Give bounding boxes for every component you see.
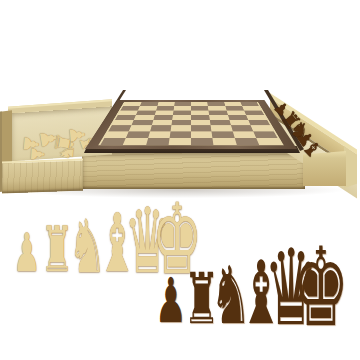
board-square [191,138,214,145]
left-drawer-pawn-piece: ♟ [28,145,47,162]
chess-set-product-photo: ♟♜♞♝♛♚ ♟♜♞♝♛♚ ♟♟♜♟♝♟♞♟♜♞♟♝ [0,0,360,360]
black-piece-row: ♟♜♞♝♛♚ [156,230,336,320]
board-square [123,138,148,145]
black-pawn-piece: ♟ [156,270,186,320]
board-square [256,138,282,145]
board-frame [85,100,297,149]
board-square [146,138,170,145]
board-square [213,138,237,145]
board-square [168,138,191,145]
board-square [234,138,259,145]
white-pawn-piece: ♟ [12,226,42,268]
left-drawer-knight-piece: ♞ [57,144,76,162]
board-inner-line [98,102,284,146]
black-king-piece: ♚ [306,233,336,320]
chessboard-grid [100,102,281,145]
chessboard [85,100,297,149]
